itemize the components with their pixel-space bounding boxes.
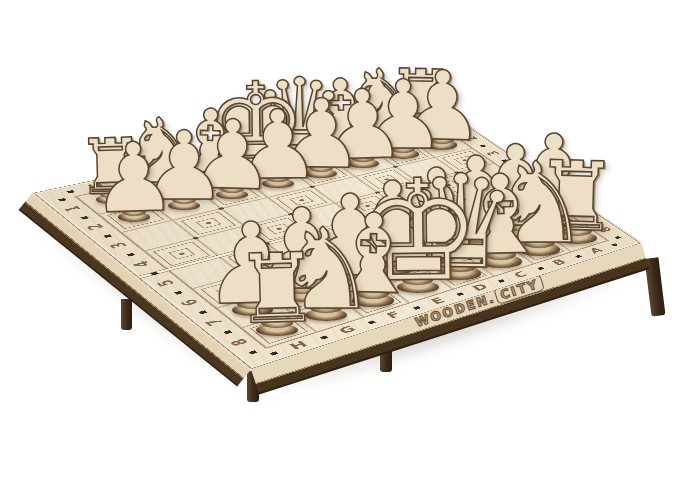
rank-label-left-5: 5: [152, 278, 179, 288]
rank-label-left-6: 6: [176, 297, 203, 308]
rank-label-left-4: 4: [128, 259, 155, 269]
rank-label-left-3: 3: [105, 240, 132, 250]
margin-marker: [149, 272, 158, 276]
margin-marker: [103, 234, 112, 238]
margin-marker: [66, 190, 75, 193]
margin-marker: [57, 198, 66, 201]
margin-marker: [223, 330, 232, 334]
margin-marker: [126, 253, 135, 257]
margin-marker: [248, 350, 257, 354]
product-photo-scene: WOODEN.CITY HH11GG22FF33EE44DD55CC66BB77…: [0, 0, 700, 489]
margin-marker: [269, 351, 278, 355]
margin-marker: [80, 216, 89, 219]
piece-glyph: ♟: [90, 130, 178, 227]
piece-glyph: ♜: [233, 240, 321, 338]
margin-marker: [173, 291, 182, 295]
board-leg: [121, 299, 132, 330]
